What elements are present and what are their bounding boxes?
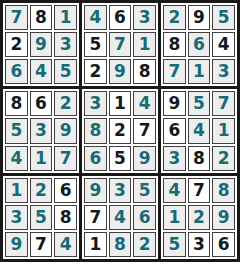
cell-r3c6[interactable]: 8: [133, 59, 156, 84]
cell-r7c1[interactable]: 1: [5, 178, 28, 203]
box-r1c2: 463571298: [82, 3, 158, 86]
cell-r7c9[interactable]: 8: [212, 178, 235, 203]
cell-r1c6[interactable]: 3: [133, 5, 156, 30]
cell-r4c1[interactable]: 8: [5, 91, 28, 116]
cell-r5c3[interactable]: 9: [54, 118, 77, 143]
cell-r1c3[interactable]: 1: [54, 5, 77, 30]
cell-r3c2[interactable]: 4: [30, 59, 53, 84]
box-r1c1: 781293645: [3, 3, 79, 86]
cell-r4c4[interactable]: 3: [84, 91, 107, 116]
cell-r3c7[interactable]: 7: [163, 59, 186, 84]
cell-r2c8[interactable]: 6: [188, 32, 211, 57]
cell-r9c2[interactable]: 7: [30, 232, 53, 257]
cell-r5c7[interactable]: 6: [163, 118, 186, 143]
cell-r1c1[interactable]: 7: [5, 5, 28, 30]
cell-r3c9[interactable]: 3: [212, 59, 235, 84]
cell-r9c5[interactable]: 8: [109, 232, 132, 257]
cell-r4c6[interactable]: 4: [133, 91, 156, 116]
cell-r6c2[interactable]: 1: [30, 146, 53, 171]
cell-r5c9[interactable]: 1: [212, 118, 235, 143]
cell-r8c7[interactable]: 1: [163, 205, 186, 230]
cell-r2c6[interactable]: 1: [133, 32, 156, 57]
cell-r7c2[interactable]: 2: [30, 178, 53, 203]
box-r3c2: 935746182: [82, 176, 158, 259]
cell-r8c9[interactable]: 9: [212, 205, 235, 230]
cell-r6c4[interactable]: 6: [84, 146, 107, 171]
cell-r7c3[interactable]: 6: [54, 178, 77, 203]
cell-r2c1[interactable]: 2: [5, 32, 28, 57]
box-r2c2: 314827659: [82, 89, 158, 172]
cell-r9c8[interactable]: 3: [188, 232, 211, 257]
cell-r9c6[interactable]: 2: [133, 232, 156, 257]
cell-r8c4[interactable]: 7: [84, 205, 107, 230]
cell-r4c5[interactable]: 1: [109, 91, 132, 116]
cell-r9c4[interactable]: 1: [84, 232, 107, 257]
cell-r3c3[interactable]: 5: [54, 59, 77, 84]
cell-r7c5[interactable]: 3: [109, 178, 132, 203]
box-r2c1: 862539417: [3, 89, 79, 172]
box-r3c1: 126358974: [3, 176, 79, 259]
cell-r8c1[interactable]: 3: [5, 205, 28, 230]
cell-r4c9[interactable]: 7: [212, 91, 235, 116]
cell-r2c2[interactable]: 9: [30, 32, 53, 57]
cell-r3c1[interactable]: 6: [5, 59, 28, 84]
cell-r7c8[interactable]: 7: [188, 178, 211, 203]
cell-r6c6[interactable]: 9: [133, 146, 156, 171]
cell-r5c8[interactable]: 4: [188, 118, 211, 143]
cell-r5c1[interactable]: 5: [5, 118, 28, 143]
cell-r9c9[interactable]: 6: [212, 232, 235, 257]
cell-r1c4[interactable]: 4: [84, 5, 107, 30]
cell-r5c5[interactable]: 2: [109, 118, 132, 143]
box-r3c3: 478129536: [161, 176, 237, 259]
box-r1c3: 295864713: [161, 3, 237, 86]
cell-r4c7[interactable]: 9: [163, 91, 186, 116]
cell-r4c8[interactable]: 5: [188, 91, 211, 116]
cell-r3c8[interactable]: 1: [188, 59, 211, 84]
cell-r8c8[interactable]: 2: [188, 205, 211, 230]
cell-r8c3[interactable]: 8: [54, 205, 77, 230]
box-r2c3: 957641382: [161, 89, 237, 172]
cell-r1c8[interactable]: 9: [188, 5, 211, 30]
cell-r6c8[interactable]: 8: [188, 146, 211, 171]
cell-r3c4[interactable]: 2: [84, 59, 107, 84]
sudoku-board: 7812936454635712982958647138625394173148…: [0, 0, 240, 262]
cell-r1c7[interactable]: 2: [163, 5, 186, 30]
cell-r8c6[interactable]: 6: [133, 205, 156, 230]
cell-r2c3[interactable]: 3: [54, 32, 77, 57]
cell-r9c1[interactable]: 9: [5, 232, 28, 257]
cell-r6c9[interactable]: 2: [212, 146, 235, 171]
cell-r7c4[interactable]: 9: [84, 178, 107, 203]
cell-r1c2[interactable]: 8: [30, 5, 53, 30]
cell-r1c5[interactable]: 6: [109, 5, 132, 30]
cell-r7c7[interactable]: 4: [163, 178, 186, 203]
cell-r6c1[interactable]: 4: [5, 146, 28, 171]
cell-r5c4[interactable]: 8: [84, 118, 107, 143]
cell-r9c7[interactable]: 5: [163, 232, 186, 257]
cell-r6c5[interactable]: 5: [109, 146, 132, 171]
cell-r2c5[interactable]: 7: [109, 32, 132, 57]
cell-r6c7[interactable]: 3: [163, 146, 186, 171]
cell-r4c2[interactable]: 6: [30, 91, 53, 116]
cell-r2c9[interactable]: 4: [212, 32, 235, 57]
cell-r6c3[interactable]: 7: [54, 146, 77, 171]
cell-r4c3[interactable]: 2: [54, 91, 77, 116]
cell-r8c2[interactable]: 5: [30, 205, 53, 230]
cell-r5c6[interactable]: 7: [133, 118, 156, 143]
cell-r2c7[interactable]: 8: [163, 32, 186, 57]
cell-r5c2[interactable]: 3: [30, 118, 53, 143]
cell-r1c9[interactable]: 5: [212, 5, 235, 30]
cell-r8c5[interactable]: 4: [109, 205, 132, 230]
cell-r7c6[interactable]: 5: [133, 178, 156, 203]
cell-r2c4[interactable]: 5: [84, 32, 107, 57]
cell-r9c3[interactable]: 4: [54, 232, 77, 257]
cell-r3c5[interactable]: 9: [109, 59, 132, 84]
